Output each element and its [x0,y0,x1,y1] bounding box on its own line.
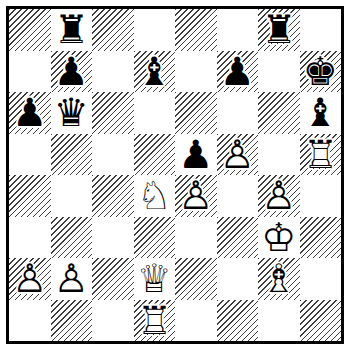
piece-white-pawn[interactable]: ♟♙ [217,134,259,176]
square-d2[interactable]: ♛♕ [134,258,176,300]
square-h4[interactable] [300,175,342,217]
square-a6[interactable]: ♟♟ [9,92,51,134]
square-b6[interactable]: ♛♛ [51,92,93,134]
piece-glyph: ♟ [9,92,51,134]
square-c4[interactable] [92,175,134,217]
piece-glyph: ♟ [51,51,93,93]
square-h3[interactable] [300,217,342,259]
square-a2[interactable]: ♟♙ [9,258,51,300]
piece-glyph: ♝ [300,92,342,134]
piece-black-queen[interactable]: ♛♛ [51,92,93,134]
square-h6[interactable]: ♝♝ [300,92,342,134]
square-d7[interactable]: ♝♝ [134,51,176,93]
piece-glyph: ♝ [134,51,176,93]
square-c8[interactable] [92,9,134,51]
square-f4[interactable] [217,175,259,217]
square-g5[interactable] [258,134,300,176]
square-g6[interactable] [258,92,300,134]
piece-glyph: ♙ [51,258,93,300]
square-f6[interactable] [217,92,259,134]
piece-glyph: ♗ [258,258,300,300]
square-d1[interactable]: ♜♖ [134,300,176,342]
square-g4[interactable]: ♟♙ [258,175,300,217]
square-d5[interactable] [134,134,176,176]
square-f7[interactable]: ♟♟ [217,51,259,93]
piece-glyph: ♜ [51,9,93,51]
square-b7[interactable]: ♟♟ [51,51,93,93]
square-c2[interactable] [92,258,134,300]
square-g7[interactable] [258,51,300,93]
square-b2[interactable]: ♟♙ [51,258,93,300]
chess-diagram: ♜♜♜♜♟♟♝♝♟♟♚♚♟♟♛♛♝♝♟♟♟♙♜♖♞♘♟♙♟♙♚♔♟♙♟♙♛♕♝♗… [0,0,350,350]
piece-black-bishop[interactable]: ♝♝ [300,92,342,134]
piece-glyph: ♟ [175,134,217,176]
square-e4[interactable]: ♟♙ [175,175,217,217]
piece-white-rook[interactable]: ♜♖ [134,300,176,342]
piece-glyph: ♙ [217,134,259,176]
square-c3[interactable] [92,217,134,259]
piece-black-pawn[interactable]: ♟♟ [9,92,51,134]
piece-glyph: ♙ [258,175,300,217]
square-h2[interactable] [300,258,342,300]
square-f5[interactable]: ♟♙ [217,134,259,176]
square-h5[interactable]: ♜♖ [300,134,342,176]
square-c1[interactable] [92,300,134,342]
square-d8[interactable] [134,9,176,51]
piece-white-pawn[interactable]: ♟♙ [9,258,51,300]
square-c7[interactable] [92,51,134,93]
piece-black-king[interactable]: ♚♚ [300,51,342,93]
piece-black-pawn[interactable]: ♟♟ [217,51,259,93]
square-f1[interactable] [217,300,259,342]
piece-black-rook[interactable]: ♜♜ [51,9,93,51]
piece-black-pawn[interactable]: ♟♟ [51,51,93,93]
square-e8[interactable] [175,9,217,51]
square-b4[interactable] [51,175,93,217]
board-frame: ♜♜♜♜♟♟♝♝♟♟♚♚♟♟♛♛♝♝♟♟♟♙♜♖♞♘♟♙♟♙♚♔♟♙♟♙♛♕♝♗… [6,6,344,344]
square-c5[interactable] [92,134,134,176]
piece-black-pawn[interactable]: ♟♟ [175,134,217,176]
square-g3[interactable]: ♚♔ [258,217,300,259]
square-b8[interactable]: ♜♜ [51,9,93,51]
piece-glyph: ♖ [300,134,342,176]
piece-glyph: ♘ [134,175,176,217]
square-e7[interactable] [175,51,217,93]
square-e5[interactable]: ♟♟ [175,134,217,176]
square-f3[interactable] [217,217,259,259]
piece-white-bishop[interactable]: ♝♗ [258,258,300,300]
piece-glyph: ♟ [217,51,259,93]
square-d4[interactable]: ♞♘ [134,175,176,217]
piece-white-pawn[interactable]: ♟♙ [258,175,300,217]
square-d3[interactable] [134,217,176,259]
square-g8[interactable]: ♜♜ [258,9,300,51]
piece-white-knight[interactable]: ♞♘ [134,175,176,217]
piece-white-pawn[interactable]: ♟♙ [175,175,217,217]
square-e2[interactable] [175,258,217,300]
square-h1[interactable] [300,300,342,342]
square-a1[interactable] [9,300,51,342]
piece-white-rook[interactable]: ♜♖ [300,134,342,176]
square-b5[interactable] [51,134,93,176]
piece-glyph: ♛ [51,92,93,134]
piece-glyph: ♙ [9,258,51,300]
piece-glyph: ♙ [175,175,217,217]
square-f8[interactable] [217,9,259,51]
square-e3[interactable] [175,217,217,259]
square-g1[interactable] [258,300,300,342]
square-a3[interactable] [9,217,51,259]
piece-glyph: ♜ [258,9,300,51]
square-h8[interactable] [300,9,342,51]
square-a5[interactable] [9,134,51,176]
square-b3[interactable] [51,217,93,259]
square-d6[interactable] [134,92,176,134]
square-a7[interactable] [9,51,51,93]
piece-black-rook[interactable]: ♜♜ [258,9,300,51]
square-e6[interactable] [175,92,217,134]
piece-glyph: ♚ [300,51,342,93]
piece-black-bishop[interactable]: ♝♝ [134,51,176,93]
piece-white-king[interactable]: ♚♔ [258,217,300,259]
piece-glyph: ♔ [258,217,300,259]
piece-glyph: ♖ [134,300,176,342]
square-f2[interactable] [217,258,259,300]
square-a8[interactable] [9,9,51,51]
square-b1[interactable] [51,300,93,342]
piece-glyph: ♕ [134,258,176,300]
square-g2[interactable]: ♝♗ [258,258,300,300]
square-a4[interactable] [9,175,51,217]
chess-board: ♜♜♜♜♟♟♝♝♟♟♚♚♟♟♛♛♝♝♟♟♟♙♜♖♞♘♟♙♟♙♚♔♟♙♟♙♛♕♝♗… [9,9,341,341]
square-e1[interactable] [175,300,217,342]
square-c6[interactable] [92,92,134,134]
piece-white-queen[interactable]: ♛♕ [134,258,176,300]
piece-white-pawn[interactable]: ♟♙ [51,258,93,300]
square-h7[interactable]: ♚♚ [300,51,342,93]
